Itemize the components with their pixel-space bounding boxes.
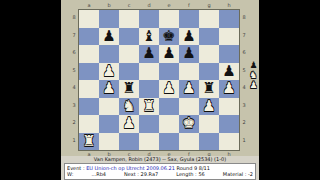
square-e7[interactable]: ♚ (159, 28, 179, 46)
square-f2[interactable]: ♚ (179, 115, 199, 133)
status-token-2: Next : 29.Ra7 (124, 171, 158, 177)
square-b7[interactable]: ♟ (99, 28, 119, 46)
screenshot-stage: abcdefgh 87654321 ♟♝♚♟♟♟♟♟♟♟♜♟♟♜♟♞♜♟♟♚♜ … (0, 0, 320, 180)
rank-label-5: 5 (240, 62, 248, 80)
file-label-h: h (219, 2, 239, 9)
black-rook-piece[interactable]: ♜ (202, 80, 215, 97)
square-b3[interactable] (99, 98, 119, 116)
square-g4[interactable]: ♜ (199, 80, 219, 98)
square-f1[interactable] (179, 133, 199, 151)
square-f6[interactable]: ♟ (179, 45, 199, 63)
rank-labels-right: 87654321 (240, 9, 248, 151)
white-pawn-piece[interactable]: ♟ (162, 80, 175, 97)
square-a2[interactable] (79, 115, 99, 133)
square-d3[interactable]: ♜ (139, 98, 159, 116)
black-rook-piece[interactable]: ♜ (122, 80, 135, 97)
square-b4[interactable]: ♟ (99, 80, 119, 98)
rank-label-6: 6 (70, 44, 78, 62)
white-king-piece[interactable]: ♚ (182, 115, 195, 132)
black-bishop-piece[interactable]: ♝ (142, 28, 155, 45)
black-pawn-tray-icon: ♟ (249, 60, 257, 70)
square-d6[interactable]: ♟ (139, 45, 159, 63)
rank-label-7: 7 (240, 27, 248, 45)
file-label-a: a (79, 2, 99, 9)
white-pawn-piece[interactable]: ♟ (222, 80, 235, 97)
square-d7[interactable]: ♝ (139, 28, 159, 46)
chess-gui-window: abcdefgh 87654321 ♟♝♚♟♟♟♟♟♟♟♜♟♟♜♟♞♜♟♟♚♜ … (61, 0, 259, 180)
square-c7[interactable] (119, 28, 139, 46)
square-h5[interactable]: ♟ (219, 63, 239, 81)
square-b5[interactable]: ♟ (99, 63, 119, 81)
square-c6[interactable] (119, 45, 139, 63)
info-panel: Van Kampen, Robin (2473) -- Sax, Gyula (… (61, 156, 259, 180)
square-g7[interactable] (199, 28, 219, 46)
square-b8[interactable] (99, 10, 119, 28)
status-token-1: ...Rb4 (91, 171, 106, 177)
square-a6[interactable] (79, 45, 99, 63)
white-pawn-piece[interactable]: ♟ (202, 98, 215, 115)
square-b2[interactable] (99, 115, 119, 133)
square-h8[interactable] (219, 10, 239, 28)
white-knight-piece[interactable]: ♞ (122, 98, 135, 115)
square-h6[interactable] (219, 45, 239, 63)
white-pawn-piece[interactable]: ♟ (102, 80, 115, 97)
square-e4[interactable]: ♟ (159, 80, 179, 98)
square-f5[interactable] (179, 63, 199, 81)
square-d5[interactable] (139, 63, 159, 81)
black-pawn-piece[interactable]: ♟ (102, 28, 115, 45)
square-d1[interactable] (139, 133, 159, 151)
black-pawn-piece[interactable]: ♟ (182, 28, 195, 45)
square-e6[interactable]: ♟ (159, 45, 179, 63)
game-info-box: Event : EU Union-ch op Utrecht 2009.06.2… (64, 163, 256, 180)
square-f8[interactable] (179, 10, 199, 28)
file-labels-top: abcdefgh (79, 2, 248, 9)
square-g3[interactable]: ♟ (199, 98, 219, 116)
file-label-c: c (119, 2, 139, 9)
square-c4[interactable]: ♜ (119, 80, 139, 98)
square-e8[interactable] (159, 10, 179, 28)
rank-label-2: 2 (240, 114, 248, 132)
rank-label-4: 4 (240, 79, 248, 97)
rank-label-3: 3 (240, 97, 248, 115)
white-knight-tray-icon: ♞ (249, 70, 257, 80)
rank-label-1: 1 (70, 132, 78, 150)
rank-label-4: 4 (70, 79, 78, 97)
black-pawn-piece[interactable]: ♟ (222, 63, 235, 80)
square-e5[interactable] (159, 63, 179, 81)
square-c5[interactable] (119, 63, 139, 81)
square-a3[interactable] (79, 98, 99, 116)
rank-label-5: 5 (70, 62, 78, 80)
file-label-d: d (139, 2, 159, 9)
square-g1[interactable] (199, 133, 219, 151)
rank-label-6: 6 (240, 44, 248, 62)
white-pawn-tray-icon: ♟ (249, 80, 257, 90)
square-g5[interactable] (199, 63, 219, 81)
square-c2[interactable]: ♟ (119, 115, 139, 133)
square-c1[interactable] (119, 133, 139, 151)
status-token-0: W: (67, 171, 73, 177)
square-a5[interactable] (79, 63, 99, 81)
status-token-4: Material : -2 (223, 171, 253, 177)
square-f4[interactable]: ♟ (179, 80, 199, 98)
white-pawn-piece[interactable]: ♟ (102, 63, 115, 80)
square-h3[interactable] (219, 98, 239, 116)
rank-labels-left: 87654321 (70, 9, 78, 151)
black-pawn-piece[interactable]: ♟ (162, 45, 175, 62)
square-h7[interactable] (219, 28, 239, 46)
square-a4[interactable] (79, 80, 99, 98)
square-h4[interactable]: ♟ (219, 80, 239, 98)
square-f7[interactable]: ♟ (179, 28, 199, 46)
players-result-line: Van Kampen, Robin (2473) -- Sax, Gyula (… (61, 156, 259, 162)
black-pawn-piece[interactable]: ♟ (142, 45, 155, 62)
square-f3[interactable] (179, 98, 199, 116)
rank-label-3: 3 (70, 97, 78, 115)
square-d2[interactable] (139, 115, 159, 133)
square-h2[interactable] (219, 115, 239, 133)
square-a7[interactable] (79, 28, 99, 46)
square-e1[interactable] (159, 133, 179, 151)
captured-material-tray: ♟♞♟ (248, 60, 259, 90)
square-e3[interactable] (159, 98, 179, 116)
rank-label-8: 8 (70, 9, 78, 27)
square-d4[interactable] (139, 80, 159, 98)
file-label-g: g (199, 2, 219, 9)
rank-label-2: 2 (70, 114, 78, 132)
black-pawn-piece[interactable]: ♟ (182, 45, 195, 62)
rank-label-7: 7 (70, 27, 78, 45)
black-king-piece[interactable]: ♚ (162, 28, 175, 45)
square-b1[interactable] (99, 133, 119, 151)
file-label-b: b (99, 2, 119, 9)
rank-label-1: 1 (240, 132, 248, 150)
square-c3[interactable]: ♞ (119, 98, 139, 116)
white-pawn-piece[interactable]: ♟ (122, 115, 135, 132)
square-d8[interactable] (139, 10, 159, 28)
white-rook-piece[interactable]: ♜ (82, 133, 95, 150)
square-g6[interactable] (199, 45, 219, 63)
square-h1[interactable] (219, 133, 239, 151)
board-with-coordinates: abcdefgh 87654321 ♟♝♚♟♟♟♟♟♟♟♜♟♟♜♟♞♜♟♟♚♜ … (70, 2, 248, 158)
file-label-e: e (159, 2, 179, 9)
square-c8[interactable] (119, 10, 139, 28)
square-e2[interactable] (159, 115, 179, 133)
chess-board[interactable]: ♟♝♚♟♟♟♟♟♟♟♜♟♟♜♟♞♜♟♟♚♜ (78, 9, 240, 151)
square-b6[interactable] (99, 45, 119, 63)
square-g2[interactable] (199, 115, 219, 133)
square-a8[interactable] (79, 10, 99, 28)
status-line: W:...Rb4Next : 29.Ra7Length : 56Material… (67, 171, 253, 177)
white-rook-piece[interactable]: ♜ (142, 98, 155, 115)
rank-label-8: 8 (240, 9, 248, 27)
white-pawn-piece[interactable]: ♟ (182, 80, 195, 97)
square-a1[interactable]: ♜ (79, 133, 99, 151)
status-token-3: Length : 56 (176, 171, 204, 177)
square-g8[interactable] (199, 10, 219, 28)
file-label-f: f (179, 2, 199, 9)
